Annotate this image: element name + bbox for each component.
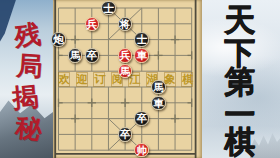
piece-red-soldier[interactable]: 兵 xyxy=(85,17,100,32)
piece-black-advisor[interactable]: 士 xyxy=(134,32,149,47)
right-caption-char: 棋 xyxy=(224,126,255,157)
piece-black-horse[interactable]: 馬 xyxy=(151,80,166,95)
watermark-char: 订 xyxy=(93,72,105,87)
left-caption-char: 秘 xyxy=(1,110,57,146)
right-caption-char: 第 xyxy=(224,66,255,97)
piece-black-advisor[interactable]: 士 xyxy=(101,1,116,16)
left-caption-panel: 残局揭秘 xyxy=(0,0,53,158)
right-caption-panel: 天下第一棋 xyxy=(202,0,280,158)
xiangqi-puzzle-thumbnail: 残局揭秘 欢迎订阅江湖象棋 士兵将炮士馬卒兵車馬馬車卒卒帅 天下第一棋 xyxy=(0,0,280,158)
piece-red-general[interactable]: 帅 xyxy=(134,143,149,158)
right-caption-text: 天下第一棋 xyxy=(202,0,280,158)
left-caption-char: 局 xyxy=(2,49,57,84)
piece-black-chariot[interactable]: 車 xyxy=(151,96,166,111)
piece-black-horse[interactable]: 馬 xyxy=(68,48,83,63)
piece-red-chariot[interactable]: 車 xyxy=(134,48,149,63)
piece-black-soldier[interactable]: 卒 xyxy=(134,111,149,126)
watermark-char: 迎 xyxy=(76,72,88,87)
piece-red-horse[interactable]: 馬 xyxy=(118,64,133,79)
watermark-char: 棋 xyxy=(181,72,193,87)
piece-black-cannon[interactable]: 炮 xyxy=(51,32,66,47)
piece-black-soldier[interactable]: 卒 xyxy=(118,127,133,142)
xiangqi-board: 欢迎订阅江湖象棋 士兵将炮士馬卒兵車馬馬車卒卒帅 xyxy=(53,0,202,158)
watermark-char: 欢 xyxy=(58,72,70,87)
piece-black-soldier[interactable]: 卒 xyxy=(85,48,100,63)
right-caption-char: 天 xyxy=(224,4,255,35)
piece-black-general[interactable]: 将 xyxy=(118,17,133,32)
left-caption-text: 残局揭秘 xyxy=(0,20,53,144)
piece-red-soldier[interactable]: 兵 xyxy=(118,48,133,63)
